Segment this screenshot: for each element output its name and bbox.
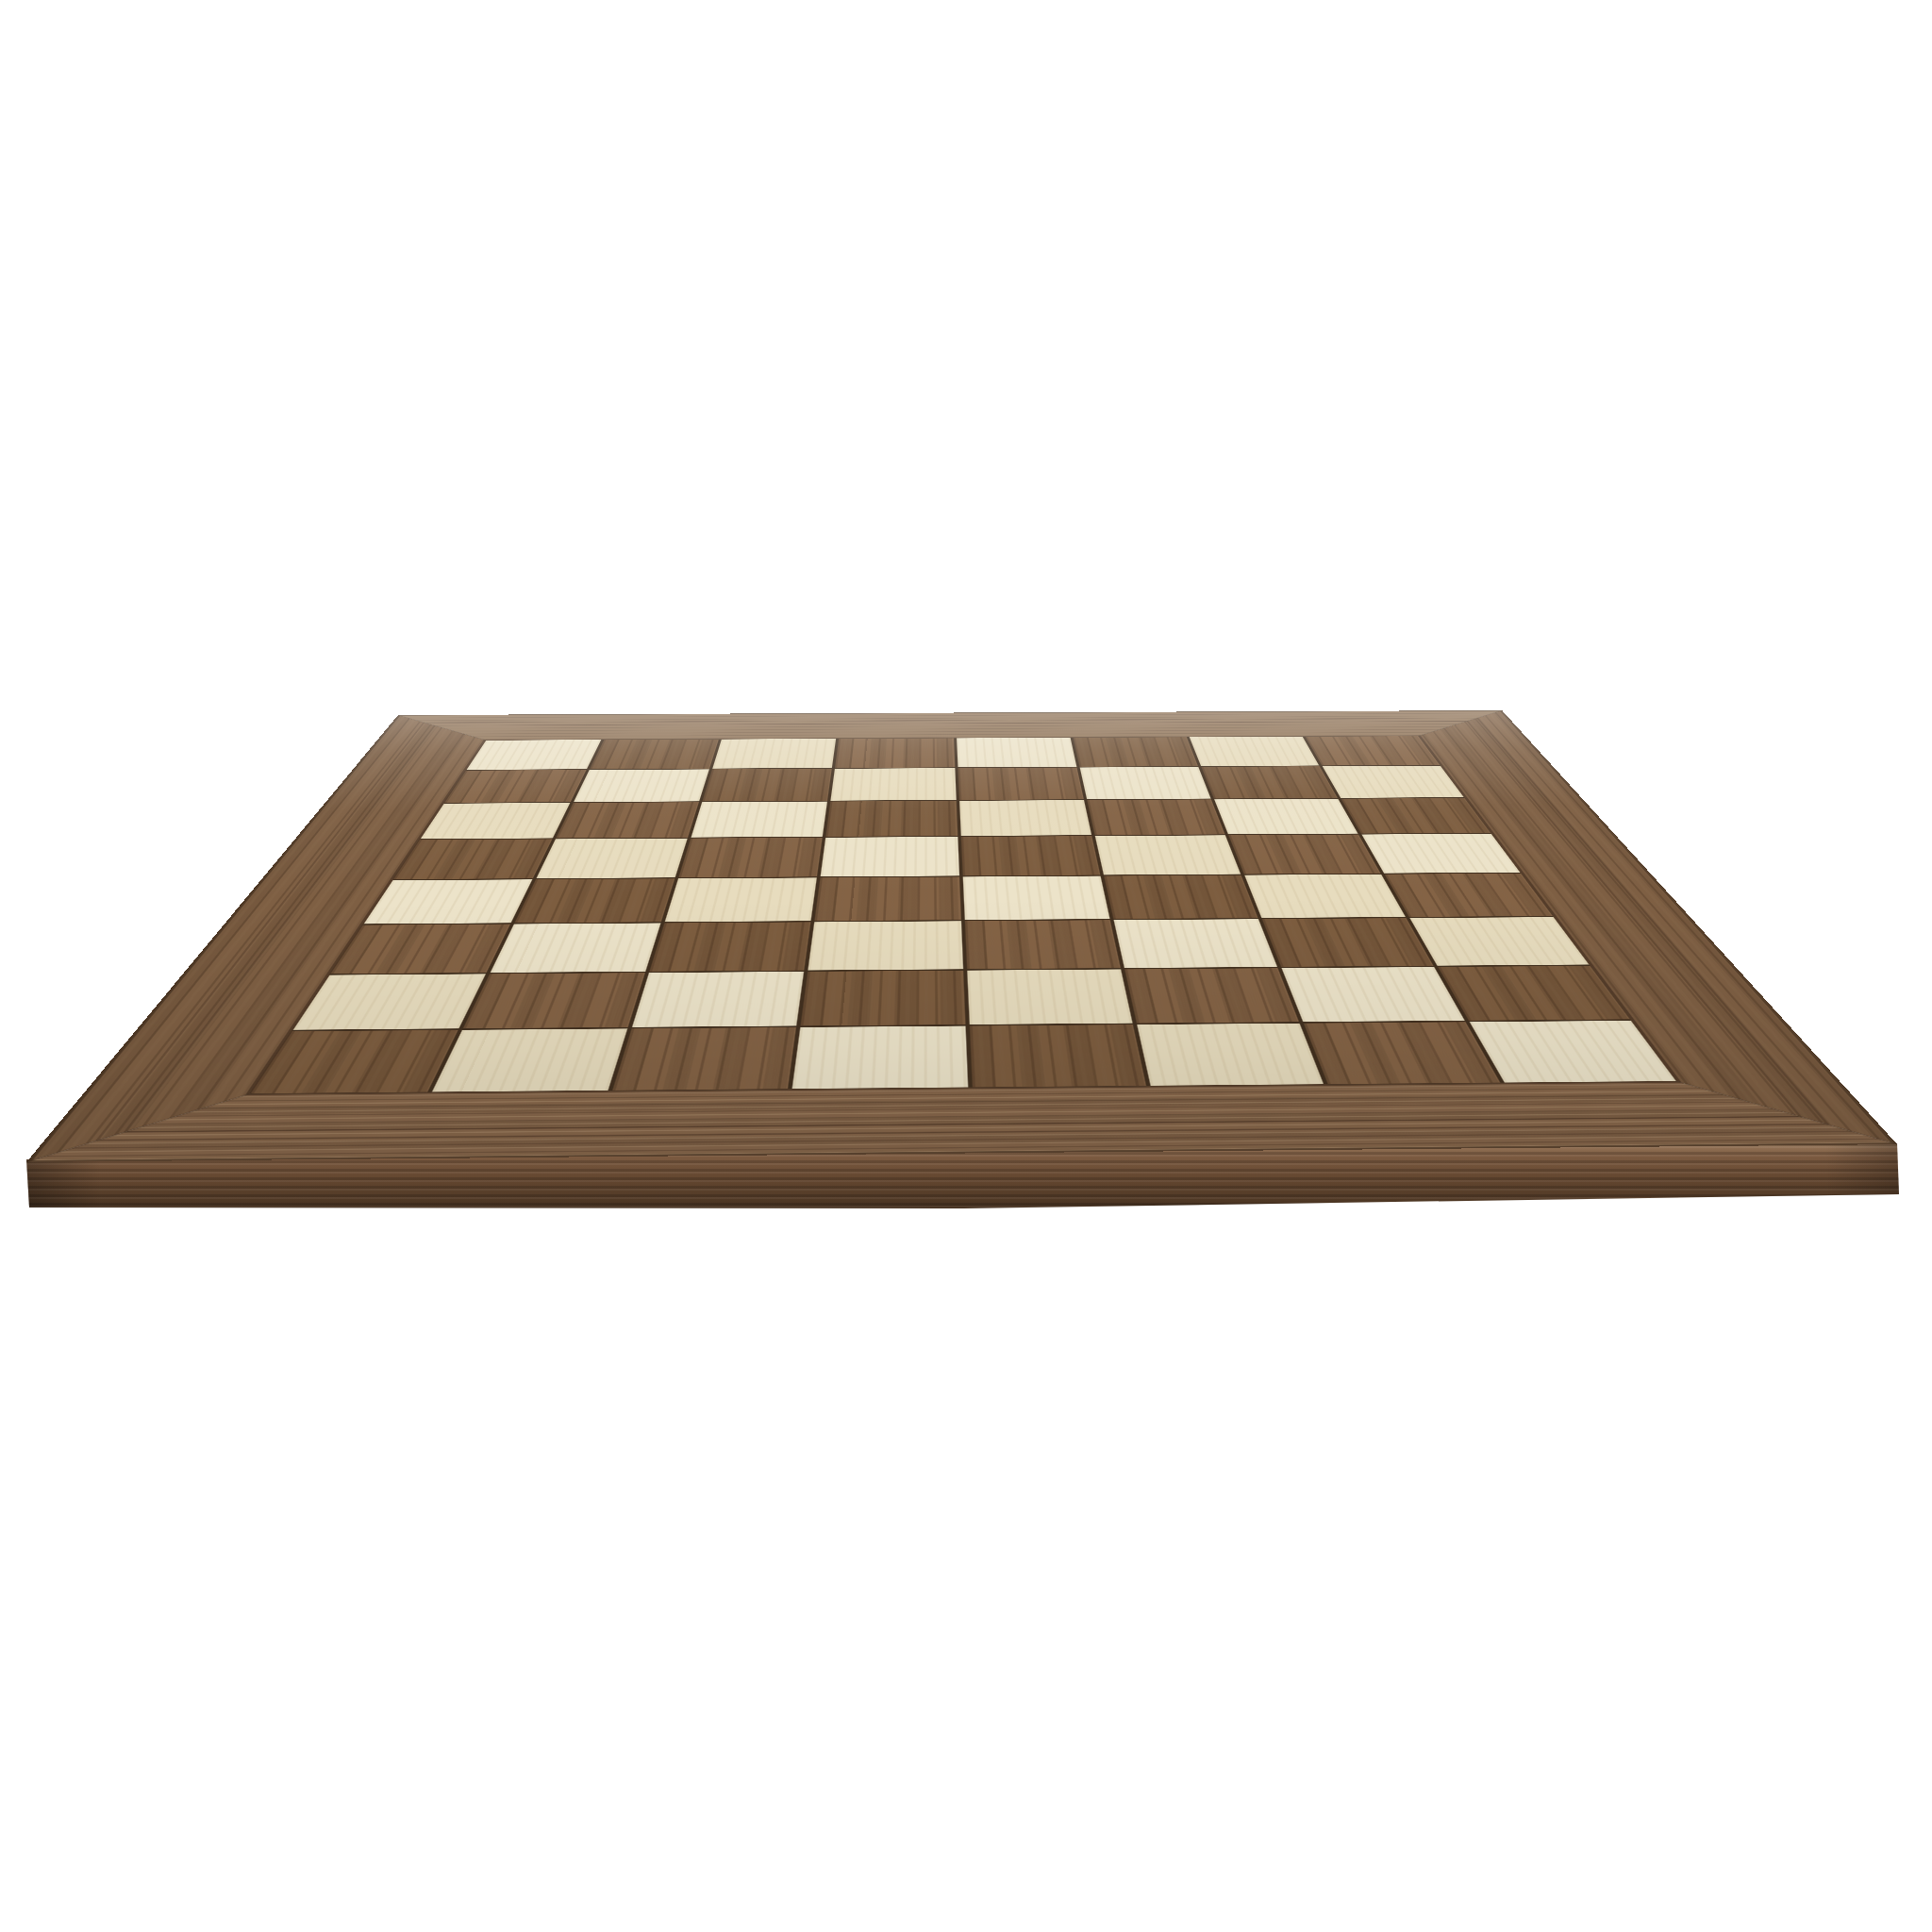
square-a7 [444, 770, 586, 803]
square-g8 [1190, 737, 1320, 766]
square-g4 [1244, 874, 1406, 918]
square-g6 [1214, 799, 1357, 835]
square-d1 [792, 1025, 967, 1089]
chessboard-product-photo [0, 0, 1932, 1932]
square-d4 [815, 876, 960, 921]
square-e8 [957, 738, 1076, 767]
square-c5 [679, 838, 823, 877]
square-d7 [831, 768, 956, 801]
square-a3 [331, 924, 511, 974]
square-b8 [590, 740, 719, 770]
square-e1 [969, 1024, 1145, 1087]
square-g5 [1228, 835, 1380, 874]
square-f8 [1073, 737, 1197, 766]
square-b2 [463, 973, 645, 1028]
square-f6 [1087, 799, 1224, 835]
square-b3 [491, 923, 661, 973]
square-e7 [958, 768, 1083, 800]
square-d5 [821, 837, 958, 876]
square-b7 [574, 769, 709, 802]
square-h6 [1341, 798, 1491, 834]
square-c1 [613, 1027, 797, 1091]
square-d3 [808, 921, 962, 970]
square-f4 [1104, 874, 1257, 918]
square-b6 [556, 802, 699, 838]
square-g1 [1304, 1022, 1501, 1084]
chess-board [26, 710, 1897, 1162]
square-e5 [960, 836, 1100, 875]
miter-joint-rear-right [1399, 710, 1524, 736]
square-e6 [959, 800, 1091, 836]
square-c3 [650, 922, 811, 971]
square-e4 [962, 875, 1109, 920]
square-c2 [632, 972, 804, 1027]
miter-joint-front-left [26, 1093, 251, 1162]
square-a6 [421, 803, 571, 839]
square-g3 [1261, 918, 1433, 967]
square-a8 [467, 740, 602, 770]
square-g2 [1281, 967, 1464, 1022]
square-a5 [393, 840, 552, 879]
square-c4 [665, 877, 817, 922]
square-g7 [1201, 766, 1338, 798]
square-f2 [1124, 968, 1299, 1023]
square-d6 [826, 801, 958, 837]
square-e3 [964, 920, 1120, 969]
square-d2 [801, 971, 965, 1026]
square-f5 [1094, 835, 1240, 874]
square-h8 [1306, 736, 1441, 765]
square-h7 [1323, 766, 1464, 798]
square-c6 [691, 802, 828, 838]
square-c8 [713, 739, 837, 769]
square-f7 [1079, 767, 1210, 799]
square-a4 [364, 879, 533, 924]
square-d8 [835, 738, 954, 768]
square-b5 [537, 839, 688, 878]
square-b4 [515, 878, 675, 923]
square-h5 [1361, 834, 1520, 874]
square-c7 [703, 769, 832, 802]
square-f3 [1113, 919, 1276, 968]
square-e2 [967, 969, 1132, 1024]
square-f1 [1137, 1024, 1324, 1086]
square-b1 [432, 1028, 627, 1091]
